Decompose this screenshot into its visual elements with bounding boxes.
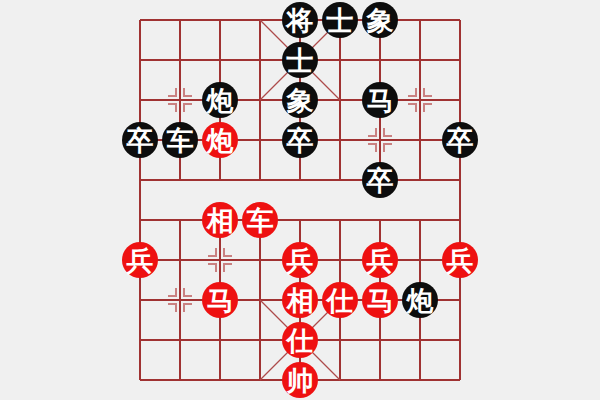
board-intersection[interactable] xyxy=(320,120,360,160)
board-intersection[interactable] xyxy=(440,160,480,200)
board-intersection[interactable] xyxy=(400,200,440,240)
board-intersection[interactable]: 卒 xyxy=(280,120,320,160)
piece-red-soldier[interactable]: 兵 xyxy=(122,242,158,278)
piece-black-chariot[interactable]: 车 xyxy=(162,122,198,158)
board-intersection[interactable] xyxy=(160,360,200,400)
board-intersection[interactable] xyxy=(360,360,400,400)
board-intersection[interactable]: 象 xyxy=(360,0,400,40)
board-intersection[interactable] xyxy=(400,0,440,40)
piece-red-soldier[interactable]: 兵 xyxy=(442,242,478,278)
board-intersection[interactable] xyxy=(160,80,200,120)
board-intersection[interactable] xyxy=(240,360,280,400)
board-intersection[interactable] xyxy=(120,40,160,80)
board-intersection[interactable]: 帅 xyxy=(280,360,320,400)
board-intersection[interactable] xyxy=(160,240,200,280)
piece-red-advisor[interactable]: 仕 xyxy=(322,282,358,318)
board-intersection[interactable] xyxy=(440,360,480,400)
board-intersection[interactable] xyxy=(200,360,240,400)
board-intersection[interactable] xyxy=(160,160,200,200)
board-intersection[interactable] xyxy=(360,200,400,240)
xiangqi-board: 将士象士炮象马卒车炮卒卒卒相车兵兵兵兵马相仕马炮仕帅 xyxy=(120,0,480,400)
board-intersection[interactable] xyxy=(120,200,160,240)
piece-red-horse[interactable]: 马 xyxy=(202,282,238,318)
board-intersection[interactable] xyxy=(200,0,240,40)
piece-black-advisor[interactable]: 士 xyxy=(282,42,318,78)
board-intersection[interactable] xyxy=(160,320,200,360)
board-intersection[interactable]: 士 xyxy=(280,40,320,80)
board-intersection[interactable] xyxy=(160,280,200,320)
board-intersection[interactable] xyxy=(120,160,160,200)
board-intersection[interactable]: 马 xyxy=(360,280,400,320)
board-intersection[interactable] xyxy=(160,0,200,40)
board-intersection[interactable] xyxy=(400,360,440,400)
board-intersection[interactable] xyxy=(320,80,360,120)
piece-red-general[interactable]: 帅 xyxy=(282,362,318,398)
board-intersection[interactable] xyxy=(240,240,280,280)
board-intersection[interactable] xyxy=(240,280,280,320)
board-intersection[interactable] xyxy=(200,240,240,280)
board-intersection[interactable]: 仕 xyxy=(280,320,320,360)
board-intersection[interactable]: 车 xyxy=(160,120,200,160)
board-intersection[interactable] xyxy=(400,160,440,200)
board-intersection[interactable] xyxy=(160,200,200,240)
board-intersection[interactable] xyxy=(440,80,480,120)
board-intersection[interactable] xyxy=(440,0,480,40)
board-intersection[interactable] xyxy=(160,40,200,80)
board-intersection[interactable] xyxy=(240,120,280,160)
board-intersection[interactable] xyxy=(120,0,160,40)
piece-black-general[interactable]: 将 xyxy=(282,2,318,38)
board-intersection[interactable]: 炮 xyxy=(200,120,240,160)
piece-black-soldier[interactable]: 卒 xyxy=(362,162,398,198)
board-intersection[interactable]: 仕 xyxy=(320,280,360,320)
piece-black-soldier[interactable]: 卒 xyxy=(282,122,318,158)
piece-red-chariot[interactable]: 车 xyxy=(242,202,278,238)
board-intersection[interactable] xyxy=(400,40,440,80)
board-intersection[interactable] xyxy=(440,320,480,360)
board-intersection[interactable] xyxy=(440,40,480,80)
board-intersection[interactable] xyxy=(200,320,240,360)
board-intersection[interactable] xyxy=(240,80,280,120)
board-intersection[interactable]: 兵 xyxy=(440,240,480,280)
board-intersection[interactable]: 兵 xyxy=(280,240,320,280)
piece-black-cannon[interactable]: 炮 xyxy=(402,282,438,318)
piece-black-cannon[interactable]: 炮 xyxy=(202,82,238,118)
board-intersection[interactable]: 马 xyxy=(360,80,400,120)
piece-red-soldier[interactable]: 兵 xyxy=(282,242,318,278)
board-intersection[interactable] xyxy=(360,120,400,160)
board-intersection[interactable]: 象 xyxy=(280,80,320,120)
piece-red-elephant[interactable]: 相 xyxy=(282,282,318,318)
board-intersection[interactable] xyxy=(400,240,440,280)
board-intersection[interactable] xyxy=(240,40,280,80)
board-intersection[interactable]: 炮 xyxy=(400,280,440,320)
board-intersection[interactable] xyxy=(120,280,160,320)
board-intersection[interactable] xyxy=(360,40,400,80)
board-intersection[interactable] xyxy=(200,160,240,200)
piece-black-horse[interactable]: 马 xyxy=(362,82,398,118)
board-intersection[interactable] xyxy=(280,160,320,200)
board-intersection[interactable] xyxy=(440,200,480,240)
board-intersection[interactable] xyxy=(240,160,280,200)
board-intersection[interactable] xyxy=(320,360,360,400)
board-intersection[interactable]: 兵 xyxy=(360,240,400,280)
piece-red-horse[interactable]: 马 xyxy=(362,282,398,318)
board-intersection[interactable] xyxy=(320,200,360,240)
board-intersection[interactable] xyxy=(320,320,360,360)
piece-black-advisor[interactable]: 士 xyxy=(322,2,358,38)
board-intersection[interactable] xyxy=(400,80,440,120)
piece-red-elephant[interactable]: 相 xyxy=(202,202,238,238)
board-intersection[interactable] xyxy=(360,320,400,360)
board-intersection[interactable] xyxy=(280,200,320,240)
board-intersection[interactable]: 兵 xyxy=(120,240,160,280)
xiangqi-app: 将士象士炮象马卒车炮卒卒卒相车兵兵兵兵马相仕马炮仕帅 xyxy=(0,0,600,400)
board-intersection[interactable]: 士 xyxy=(320,0,360,40)
board-intersection[interactable] xyxy=(440,280,480,320)
piece-red-cannon[interactable]: 炮 xyxy=(202,122,238,158)
board-intersection[interactable] xyxy=(240,0,280,40)
piece-black-elephant[interactable]: 象 xyxy=(282,82,318,118)
board-intersection[interactable] xyxy=(400,120,440,160)
board-intersection[interactable] xyxy=(240,320,280,360)
piece-black-soldier[interactable]: 卒 xyxy=(122,122,158,158)
board-intersection[interactable]: 车 xyxy=(240,200,280,240)
board-intersection[interactable] xyxy=(320,160,360,200)
board-intersection[interactable]: 将 xyxy=(280,0,320,40)
board-intersection[interactable] xyxy=(120,360,160,400)
board-intersection[interactable]: 卒 xyxy=(360,160,400,200)
board-intersection[interactable]: 马 xyxy=(200,280,240,320)
board-intersection[interactable] xyxy=(200,40,240,80)
board-intersection[interactable]: 卒 xyxy=(120,120,160,160)
board-intersection[interactable] xyxy=(400,320,440,360)
piece-red-soldier[interactable]: 兵 xyxy=(362,242,398,278)
board-intersection[interactable] xyxy=(320,40,360,80)
board-intersection[interactable]: 炮 xyxy=(200,80,240,120)
board-intersection[interactable]: 卒 xyxy=(440,120,480,160)
board-intersection[interactable] xyxy=(120,80,160,120)
board-intersection[interactable]: 相 xyxy=(200,200,240,240)
board-intersection[interactable] xyxy=(320,240,360,280)
piece-black-elephant[interactable]: 象 xyxy=(362,2,398,38)
board-intersection[interactable]: 相 xyxy=(280,280,320,320)
board-intersection[interactable] xyxy=(120,320,160,360)
piece-black-soldier[interactable]: 卒 xyxy=(442,122,478,158)
piece-red-advisor[interactable]: 仕 xyxy=(282,322,318,358)
